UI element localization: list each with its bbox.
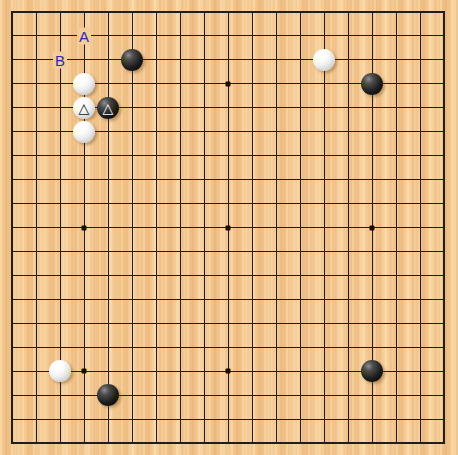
- board-label-b[interactable]: B: [53, 51, 67, 68]
- grid-line-horizontal: [13, 299, 443, 300]
- star-point: [370, 225, 375, 230]
- grid-line-vertical: [252, 13, 253, 442]
- stone-black[interactable]: [121, 49, 143, 71]
- star-point: [82, 225, 87, 230]
- grid-line-vertical: [396, 13, 397, 442]
- grid-line-vertical: [348, 13, 349, 442]
- stone-white[interactable]: [313, 49, 335, 71]
- go-board[interactable]: △△ AB: [0, 0, 458, 455]
- triangle-mark-icon: △: [79, 97, 90, 119]
- star-point: [226, 81, 231, 86]
- triangle-mark-icon: △: [103, 97, 114, 119]
- grid-line-vertical: [300, 13, 301, 442]
- board-label-a[interactable]: A: [77, 27, 91, 44]
- stone-black[interactable]: [361, 73, 383, 95]
- stone-white[interactable]: [49, 360, 71, 382]
- stone-white[interactable]: [73, 73, 95, 95]
- stone-black[interactable]: [97, 384, 119, 406]
- star-point: [226, 225, 231, 230]
- stone-black[interactable]: △: [97, 97, 119, 119]
- grid-line-horizontal: [13, 251, 443, 252]
- grid-line-horizontal: [13, 395, 443, 396]
- stone-white[interactable]: [73, 121, 95, 143]
- grid-line-horizontal: [13, 323, 443, 324]
- stone-white[interactable]: △: [73, 97, 95, 119]
- grid-line-horizontal: [13, 419, 443, 420]
- star-point: [82, 369, 87, 374]
- star-point: [226, 369, 231, 374]
- grid-line-vertical: [276, 13, 277, 442]
- grid-line-horizontal: [13, 347, 443, 348]
- grid-line-vertical: [324, 13, 325, 442]
- grid-line-vertical: [420, 13, 421, 442]
- grid-line-horizontal: [13, 275, 443, 276]
- stone-black[interactable]: [361, 360, 383, 382]
